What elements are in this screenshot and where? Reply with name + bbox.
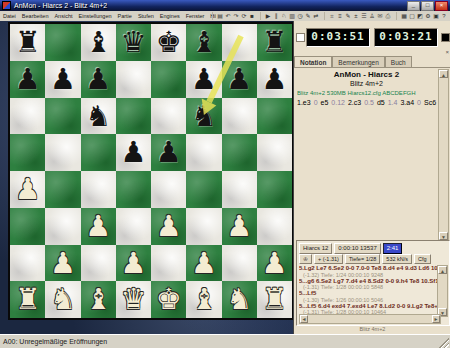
- square-a4[interactable]: ♟: [10, 171, 45, 208]
- window-title: AnMon - Hiarcs 2 - Blitz 4m+2: [14, 2, 107, 9]
- clock-icon[interactable]: ◷: [296, 12, 304, 20]
- engine-hscrollbar[interactable]: ◄ ►: [299, 314, 441, 324]
- square-b5[interactable]: [45, 134, 80, 171]
- piece-black-pawn-h7[interactable]: ♟: [257, 61, 292, 98]
- pv-line[interactable]: 5.Lg2 Le7 6.Se2 0-0 7.0-0 Te8 8.d4 e4 9.…: [299, 265, 439, 272]
- move-time: 0: [417, 99, 421, 106]
- book-icon[interactable]: ▥: [288, 12, 296, 20]
- white-clock: 0:03:51: [306, 28, 370, 47]
- engine-button-3[interactable]: 532 kN/s: [382, 254, 412, 264]
- piece-white-knight-g1[interactable]: ♞: [222, 281, 257, 318]
- pause-icon[interactable]: ∥: [272, 12, 280, 20]
- pgn-list-icon[interactable]: ≡: [336, 12, 344, 20]
- square-b1[interactable]: ♞: [45, 281, 80, 318]
- move-time: 0: [314, 99, 318, 106]
- game-info-line: Blitz 4m+2 530MB Hiarcs12.cfg ABCDEFGH: [297, 90, 437, 96]
- square-b3[interactable]: [45, 208, 80, 245]
- black-turn-indicator: [441, 33, 450, 42]
- square-g5[interactable]: [222, 134, 257, 171]
- game-event: Blitz 4m+2: [294, 80, 439, 87]
- square-g2[interactable]: [222, 245, 257, 282]
- scroll-left-icon[interactable]: ◄: [300, 315, 308, 323]
- square-e3[interactable]: ♟: [151, 208, 186, 245]
- square-a2[interactable]: [10, 245, 45, 282]
- square-c8[interactable]: ♝: [81, 24, 116, 61]
- move-time: 1.4: [388, 99, 398, 106]
- piece-black-pawn-c7[interactable]: ♟: [81, 61, 116, 98]
- move-time: 0.12: [331, 99, 345, 106]
- piece-white-pawn-a4[interactable]: ♟: [10, 171, 45, 208]
- game-players: AnMon - Hiarcs 2: [294, 70, 439, 79]
- move[interactable]: e5: [321, 99, 329, 106]
- square-h6[interactable]: [257, 98, 292, 135]
- scroll-up-icon[interactable]: ▲: [439, 70, 448, 78]
- square-h3[interactable]: [257, 208, 292, 245]
- piece-white-rook-a1[interactable]: ♜: [10, 281, 45, 318]
- square-e8[interactable]: ♚: [151, 24, 186, 61]
- move-time: 0.5: [364, 99, 374, 106]
- square-g1[interactable]: ♞: [222, 281, 257, 318]
- piece-black-pawn-d5[interactable]: ♟: [116, 134, 151, 171]
- piece-black-knight-f6[interactable]: ♞: [186, 98, 221, 135]
- piece-white-pawn-b2[interactable]: ♟: [45, 245, 80, 282]
- piece-white-bishop-f1[interactable]: ♝: [186, 281, 221, 318]
- white-turn-indicator: [296, 33, 305, 42]
- board-window-icon[interactable]: ▦: [400, 12, 408, 20]
- square-b4[interactable]: [45, 171, 80, 208]
- square-d3[interactable]: [116, 208, 151, 245]
- black-clock: 0:03:21: [374, 28, 438, 47]
- piece-white-rook-h1[interactable]: ♜: [257, 281, 292, 318]
- panel-footer-label: Blitz 4m+2: [294, 326, 450, 332]
- piece-white-pawn-f2[interactable]: ♟: [186, 245, 221, 282]
- piece-white-pawn-c3[interactable]: ♟: [81, 208, 116, 245]
- piece-black-pawn-f7[interactable]: ♟: [186, 61, 221, 98]
- panel-close-icon[interactable]: ×: [445, 49, 449, 55]
- square-d1[interactable]: ♛: [116, 281, 151, 318]
- piece-white-queen-d1[interactable]: ♛: [116, 281, 151, 318]
- maximize-button[interactable]: □: [421, 1, 434, 11]
- engine-icon[interactable]: ♘: [280, 12, 288, 20]
- square-f4[interactable]: [186, 171, 221, 208]
- engine-button-1[interactable]: + (-1.31): [314, 254, 343, 264]
- chess-board[interactable]: ♜♝♛♚♝♜♟♟♟♟♟♟♞♞♟♟♟♟♟♟♟♟♟♟♜♞♝♛♚♝♞♜: [10, 24, 292, 318]
- square-b7[interactable]: ♟: [45, 61, 80, 98]
- menu-item-ansicht[interactable]: Ansicht: [51, 13, 75, 19]
- square-g6[interactable]: [222, 98, 257, 135]
- engine-button-2[interactable]: Tiefe= 1/28: [345, 254, 380, 264]
- redo-icon[interactable]: ↷: [232, 12, 240, 20]
- square-b6[interactable]: [45, 98, 80, 135]
- engine-button-4[interactable]: Cfg: [414, 254, 431, 264]
- square-f7[interactable]: ♟: [186, 61, 221, 98]
- square-d7[interactable]: [116, 61, 151, 98]
- square-h1[interactable]: ♜: [257, 281, 292, 318]
- square-c6[interactable]: ♞: [81, 98, 116, 135]
- square-c7[interactable]: ♟: [81, 61, 116, 98]
- menu-item-stufen[interactable]: Stufen: [135, 13, 157, 19]
- resize-grip[interactable]: [439, 338, 449, 348]
- swap-sides-icon[interactable]: ⇄: [312, 12, 320, 20]
- square-g8[interactable]: [222, 24, 257, 61]
- square-c1[interactable]: ♝: [81, 281, 116, 318]
- square-d4[interactable]: [116, 171, 151, 208]
- piece-black-pawn-b7[interactable]: ♟: [45, 61, 80, 98]
- piece-white-knight-b1[interactable]: ♞: [45, 281, 80, 318]
- notation-window-icon[interactable]: ▢: [408, 12, 416, 20]
- square-g4[interactable]: [222, 171, 257, 208]
- square-g7[interactable]: ♟: [222, 61, 257, 98]
- square-e6[interactable]: [151, 98, 186, 135]
- square-c3[interactable]: ♟: [81, 208, 116, 245]
- engine-pv-lines[interactable]: 5.Lg2 Le7 6.Se2 0-0 7.0-0 Te8 8.d4 e4 9.…: [299, 265, 439, 315]
- close-button[interactable]: ×: [435, 1, 448, 11]
- piece-white-pawn-e3[interactable]: ♟: [151, 208, 186, 245]
- square-a8[interactable]: ♜: [10, 24, 45, 61]
- scroll-up-icon[interactable]: ▲: [438, 266, 447, 274]
- scroll-right-icon[interactable]: ►: [432, 315, 440, 323]
- demo-icon[interactable]: ▶: [264, 12, 272, 20]
- piece-white-pawn-h2[interactable]: ♟: [257, 245, 292, 282]
- app-window: AnMon - Hiarcs 2 - Blitz 4m+2 _ □ × Date…: [0, 0, 450, 348]
- engine-analysis-panel: Hiarcs 120:00:10 135372:41 ♔+ (-1.31)Tie…: [296, 240, 450, 326]
- new-game-icon[interactable]: ▤: [216, 12, 224, 20]
- square-f8[interactable]: ♝: [186, 24, 221, 61]
- piece-black-knight-c6[interactable]: ♞: [81, 98, 116, 135]
- pieces-icon[interactable]: ♙: [368, 12, 376, 20]
- toolbar: ▤↶↷⟳■▶∥♘▥◷✎⇄⌗≡✎±☰♙✉⎙▦▢◩⚙▣?: [212, 11, 448, 21]
- square-b8[interactable]: [45, 24, 80, 61]
- square-f5[interactable]: [186, 134, 221, 171]
- menu-item-bearbeiten[interactable]: Bearbeiten: [19, 13, 52, 19]
- square-d8[interactable]: ♛: [116, 24, 151, 61]
- engine-vscrollbar[interactable]: ▲ ▼: [437, 265, 448, 317]
- square-c5[interactable]: [81, 134, 116, 171]
- notation-scrollbar[interactable]: ▲ ▼: [438, 69, 449, 241]
- piece-black-pawn-g7[interactable]: ♟: [222, 61, 257, 98]
- piece-white-pawn-d2[interactable]: ♟: [116, 245, 151, 282]
- square-h7[interactable]: ♟: [257, 61, 292, 98]
- app-icon: [2, 1, 11, 10]
- square-e4[interactable]: [151, 171, 186, 208]
- piece-black-pawn-a7[interactable]: ♟: [10, 61, 45, 98]
- square-h2[interactable]: ♟: [257, 245, 292, 282]
- move[interactable]: 3.a4: [400, 99, 414, 106]
- move-list[interactable]: 1.e30e50.122.c30.5d51.43.a40Sc61.44.g31.…: [297, 98, 437, 107]
- menu-item-engines[interactable]: Engines: [157, 13, 183, 19]
- square-a7[interactable]: ♟: [10, 61, 45, 98]
- piece-white-bishop-c1[interactable]: ♝: [81, 281, 116, 318]
- move[interactable]: 1.e3: [297, 99, 311, 106]
- square-h5[interactable]: [257, 134, 292, 171]
- square-f2[interactable]: ♟: [186, 245, 221, 282]
- piece-black-rook-h8[interactable]: ♜: [257, 24, 292, 61]
- square-f3[interactable]: [186, 208, 221, 245]
- stop-icon[interactable]: ■: [248, 12, 256, 20]
- menu-item-datei[interactable]: Datei: [0, 13, 19, 19]
- settings-icon[interactable]: ⚙: [424, 12, 432, 20]
- tree-icon[interactable]: ☰: [360, 12, 368, 20]
- square-h8[interactable]: ♜: [257, 24, 292, 61]
- refresh-icon[interactable]: ⟳: [240, 12, 248, 20]
- square-h4[interactable]: [257, 171, 292, 208]
- analyze-icon[interactable]: ✎: [304, 12, 312, 20]
- menu-item-partie[interactable]: Partie: [115, 13, 135, 19]
- square-e5[interactable]: ♟: [151, 134, 186, 171]
- piece-white-pawn-g3[interactable]: ♟: [222, 208, 257, 245]
- square-c2[interactable]: [81, 245, 116, 282]
- piece-black-queen-d8[interactable]: ♛: [116, 24, 151, 61]
- board-window: ♜♝♛♚♝♜♟♟♟♟♟♟♞♞♟♟♟♟♟♟♟♟♟♟♜♞♝♛♚♝♞♜: [8, 22, 294, 320]
- print-icon[interactable]: ⎙: [384, 12, 392, 20]
- piece-black-bishop-f8[interactable]: ♝: [186, 24, 221, 61]
- position-setup-icon[interactable]: ⌗: [328, 12, 336, 20]
- square-d2[interactable]: ♟: [116, 245, 151, 282]
- piece-black-rook-a8[interactable]: ♜: [10, 24, 45, 61]
- engine-time-badge[interactable]: 2:41: [383, 243, 403, 254]
- piece-black-pawn-e5[interactable]: ♟: [151, 134, 186, 171]
- square-f1[interactable]: ♝: [186, 281, 221, 318]
- menu-item-fenster[interactable]: Fenster: [183, 13, 208, 19]
- menu-item-einstellungen[interactable]: Einstellungen: [76, 13, 115, 19]
- square-d6[interactable]: [116, 98, 151, 135]
- square-d5[interactable]: ♟: [116, 134, 151, 171]
- help-icon[interactable]: ?: [440, 12, 448, 20]
- scroll-down-icon[interactable]: ▼: [439, 232, 448, 240]
- minimize-button[interactable]: _: [407, 1, 420, 11]
- square-c4[interactable]: [81, 171, 116, 208]
- piece-black-bishop-c8[interactable]: ♝: [81, 24, 116, 61]
- square-e2[interactable]: [151, 245, 186, 282]
- mail-icon[interactable]: ✉: [376, 12, 384, 20]
- square-b2[interactable]: ♟: [45, 245, 80, 282]
- undo-icon[interactable]: ↶: [224, 12, 232, 20]
- square-a1[interactable]: ♜: [10, 281, 45, 318]
- square-a3[interactable]: [10, 208, 45, 245]
- engine-name[interactable]: Hiarcs 12: [299, 243, 332, 254]
- move[interactable]: Sc6: [424, 99, 436, 106]
- piece-white-king-e1[interactable]: ♚: [151, 281, 186, 318]
- square-g3[interactable]: ♟: [222, 208, 257, 245]
- status-bar: A00: Unregelmäßige Eröffnungen: [0, 334, 450, 348]
- workspace-background: ♜♝♛♚♝♜♟♟♟♟♟♟♞♞♟♟♟♟♟♟♟♟♟♟♜♞♝♛♚♝♞♜ 0:03:51…: [0, 21, 450, 334]
- square-e1[interactable]: ♚: [151, 281, 186, 318]
- move[interactable]: d5: [377, 99, 385, 106]
- square-a5[interactable]: [10, 134, 45, 171]
- opening-name-text: A00: Unregelmäßige Eröffnungen: [3, 338, 107, 345]
- piece-black-king-e8[interactable]: ♚: [151, 24, 186, 61]
- engine-button-0[interactable]: ♔: [299, 254, 312, 264]
- engine-info[interactable]: 0:00:10 13537: [334, 243, 380, 254]
- right-panel: 0:03:51 0:03:21 × NotationBemerkungenBuc…: [293, 21, 450, 334]
- move[interactable]: 2.c3: [348, 99, 361, 106]
- engine-window-icon[interactable]: ◩: [416, 12, 424, 20]
- layout-icon[interactable]: ▣: [432, 12, 440, 20]
- square-e7[interactable]: [151, 61, 186, 98]
- comment-icon[interactable]: ✎: [344, 12, 352, 20]
- square-a6[interactable]: [10, 98, 45, 135]
- title-bar[interactable]: AnMon - Hiarcs 2 - Blitz 4m+2 _ □ ×: [0, 0, 450, 11]
- eval-icon[interactable]: ±: [352, 12, 360, 20]
- square-f6[interactable]: ♞: [186, 98, 221, 135]
